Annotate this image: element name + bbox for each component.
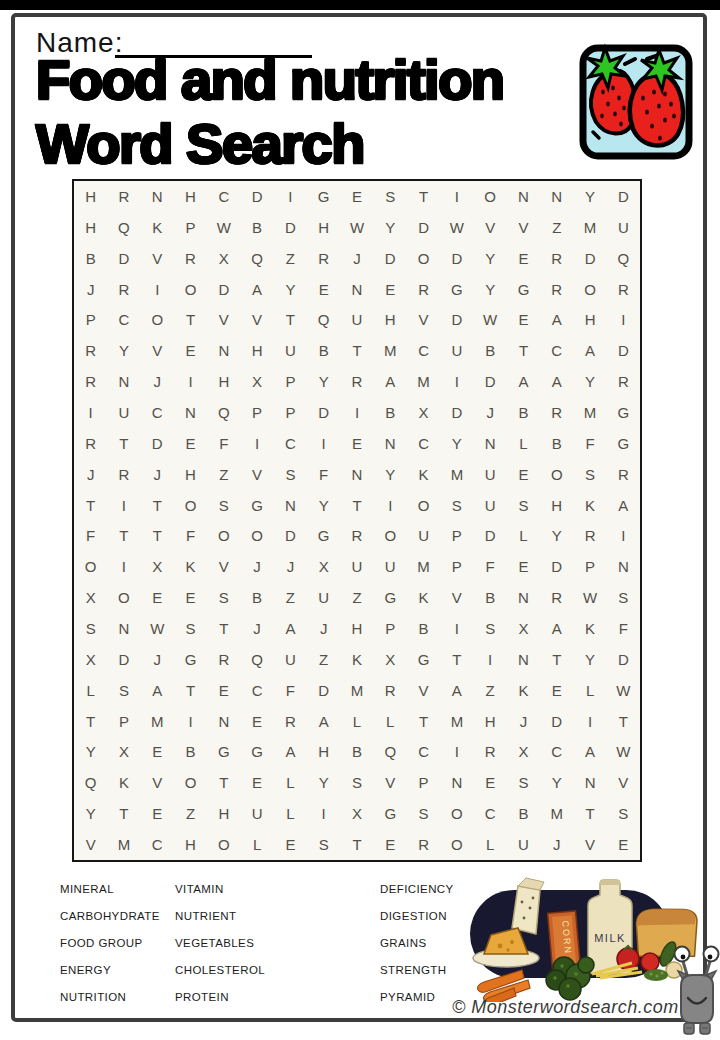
grid-cell-r9c6[interactable]: I [255,436,259,451]
grid-cell-r3c15[interactable]: R [551,251,562,266]
grid-cell-r22c4[interactable]: H [185,837,196,852]
grid-cell-r5c12[interactable]: D [451,312,462,327]
grid-cell-r4c1[interactable]: J [87,282,95,297]
grid-cell-r4c3[interactable]: I [155,282,159,297]
grid-cell-r6c10[interactable]: M [384,343,397,358]
grid-cell-r2c11[interactable]: D [418,220,429,235]
grid-cell-r9c12[interactable]: Y [452,436,462,451]
grid-cell-r6c16[interactable]: A [585,343,595,358]
grid-cell-r5c11[interactable]: V [419,312,429,327]
grid-cell-r10c5[interactable]: Z [219,467,228,482]
grid-cell-r2c14[interactable]: V [518,220,528,235]
grid-cell-r15c5[interactable]: T [219,621,228,636]
grid-cell-r1c8[interactable]: G [318,189,330,204]
grid-cell-r12c1[interactable]: F [86,528,95,543]
grid-cell-r7c7[interactable]: P [285,374,295,389]
grid-cell-r14c14[interactable]: N [518,590,529,605]
grid-cell-r13c4[interactable]: K [186,559,196,574]
grid-cell-r19c13[interactable]: R [485,744,496,759]
grid-cell-r16c17[interactable]: D [618,652,629,667]
grid-cell-r2c1[interactable]: H [85,220,96,235]
grid-cell-r12c17[interactable]: I [621,528,625,543]
grid-cell-r15c16[interactable]: K [585,621,595,636]
grid-cell-r20c17[interactable]: V [618,775,628,790]
grid-cell-r3c1[interactable]: B [86,251,96,266]
grid-cell-r21c12[interactable]: O [451,806,463,821]
grid-cell-r6c3[interactable]: V [152,343,162,358]
grid-cell-r13c3[interactable]: X [152,559,162,574]
grid-cell-r20c9[interactable]: S [352,775,362,790]
grid-cell-r22c6[interactable]: L [253,837,261,852]
grid-cell-r6c13[interactable]: B [485,343,495,358]
grid-cell-r4c6[interactable]: A [252,282,262,297]
grid-cell-r4c5[interactable]: D [218,282,229,297]
grid-cell-r21c5[interactable]: H [218,806,229,821]
grid-cell-r8c5[interactable]: Q [218,405,230,420]
grid-cell-r7c8[interactable]: Y [319,374,329,389]
grid-cell-r9c9[interactable]: E [352,436,362,451]
grid-cell-r3c6[interactable]: Q [251,251,263,266]
grid-cell-r14c12[interactable]: V [452,590,462,605]
grid-cell-r6c6[interactable]: H [252,343,263,358]
grid-cell-r8c7[interactable]: P [285,405,295,420]
grid-cell-r10c12[interactable]: M [451,467,464,482]
grid-cell-r7c16[interactable]: Y [585,374,595,389]
grid-cell-r13c13[interactable]: F [486,559,495,574]
grid-cell-r13c16[interactable]: P [585,559,595,574]
grid-cell-r17c1[interactable]: L [86,683,94,698]
grid-cell-r9c7[interactable]: C [285,436,296,451]
grid-cell-r18c9[interactable]: L [353,714,361,729]
grid-cell-r14c1[interactable]: X [86,590,96,605]
grid-cell-r7c13[interactable]: D [485,374,496,389]
grid-cell-r7c5[interactable]: H [218,374,229,389]
grid-cell-r4c11[interactable]: R [418,282,429,297]
grid-cell-r3c11[interactable]: O [418,251,430,266]
grid-cell-r9c16[interactable]: F [585,436,594,451]
grid-cell-r20c10[interactable]: V [385,775,395,790]
grid-cell-r11c14[interactable]: S [518,498,528,513]
grid-cell-r5c8[interactable]: Q [318,312,330,327]
grid-cell-r3c4[interactable]: R [185,251,196,266]
grid-cell-r2c13[interactable]: V [485,220,495,235]
grid-cell-r11c13[interactable]: U [485,498,496,513]
grid-cell-r7c2[interactable]: N [119,374,130,389]
grid-cell-r21c4[interactable]: Z [186,806,195,821]
grid-cell-r1c14[interactable]: N [518,189,529,204]
grid-cell-r20c2[interactable]: K [119,775,129,790]
grid-cell-r18c5[interactable]: N [218,714,229,729]
grid-cell-r4c12[interactable]: G [451,282,463,297]
grid-cell-r19c8[interactable]: H [318,744,329,759]
grid-cell-r2c15[interactable]: Z [552,220,561,235]
grid-cell-r21c16[interactable]: T [585,806,594,821]
grid-cell-r18c3[interactable]: M [151,714,164,729]
grid-cell-r11c3[interactable]: T [153,498,162,513]
grid-cell-r13c15[interactable]: D [551,559,562,574]
grid-cell-r21c14[interactable]: B [518,806,528,821]
grid-cell-r10c7[interactable]: S [285,467,295,482]
grid-cell-r18c8[interactable]: A [319,714,329,729]
grid-cell-r6c15[interactable]: C [551,343,562,358]
grid-cell-r22c8[interactable]: S [319,837,329,852]
grid-cell-r7c6[interactable]: X [252,374,262,389]
grid-cell-r3c3[interactable]: V [152,251,162,266]
grid-cell-r4c13[interactable]: Y [485,282,495,297]
grid-cell-r5c17[interactable]: I [621,312,625,327]
grid-cell-r16c10[interactable]: X [385,652,395,667]
grid-cell-r15c6[interactable]: J [253,621,261,636]
grid-cell-r14c17[interactable]: S [618,590,628,605]
grid-cell-r1c11[interactable]: T [419,189,428,204]
grid-cell-r13c7[interactable]: J [287,559,295,574]
grid-cell-r8c6[interactable]: P [252,405,262,420]
grid-cell-r4c7[interactable]: Y [285,282,295,297]
grid-cell-r2c5[interactable]: W [217,220,231,235]
grid-cell-r9c2[interactable]: T [119,436,128,451]
grid-cell-r2c6[interactable]: B [252,220,262,235]
grid-cell-r12c6[interactable]: O [251,528,263,543]
grid-cell-r19c6[interactable]: G [251,744,263,759]
grid-cell-r10c6[interactable]: V [252,467,262,482]
grid-cell-r9c17[interactable]: G [618,436,630,451]
grid-cell-r22c16[interactable]: V [585,837,595,852]
grid-cell-r8c10[interactable]: B [385,405,395,420]
grid-cell-r20c14[interactable]: S [518,775,528,790]
grid-cell-r9c4[interactable]: E [186,436,196,451]
grid-cell-r16c6[interactable]: Q [251,652,263,667]
grid-cell-r1c4[interactable]: H [185,189,196,204]
grid-cell-r16c7[interactable]: U [285,652,296,667]
grid-cell-r11c1[interactable]: T [86,498,95,513]
grid-cell-r22c7[interactable]: E [285,837,295,852]
grid-cell-r21c1[interactable]: Y [86,806,96,821]
grid-cell-r22c13[interactable]: L [486,837,494,852]
grid-cell-r5c15[interactable]: A [552,312,562,327]
grid-cell-r6c14[interactable]: T [519,343,528,358]
grid-cell-r5c3[interactable]: O [151,312,163,327]
grid-cell-r11c7[interactable]: N [285,498,296,513]
grid-cell-r1c6[interactable]: D [252,189,263,204]
grid-cell-r17c7[interactable]: F [286,683,295,698]
grid-cell-r8c3[interactable]: C [152,405,163,420]
grid-cell-r10c16[interactable]: S [585,467,595,482]
grid-cell-r13c2[interactable]: I [122,559,126,574]
grid-cell-r21c10[interactable]: G [384,806,396,821]
grid-cell-r21c9[interactable]: X [352,806,362,821]
grid-cell-r18c4[interactable]: I [188,714,192,729]
grid-cell-r18c17[interactable]: T [619,714,628,729]
grid-cell-r3c16[interactable]: D [585,251,596,266]
grid-cell-r8c12[interactable]: D [451,405,462,420]
grid-cell-r6c9[interactable]: T [352,343,361,358]
grid-cell-r18c7[interactable]: R [285,714,296,729]
grid-cell-r6c12[interactable]: U [451,343,462,358]
grid-cell-r13c9[interactable]: U [352,559,363,574]
grid-cell-r20c7[interactable]: L [286,775,294,790]
grid-cell-r19c10[interactable]: Q [384,744,396,759]
grid-cell-r21c15[interactable]: M [551,806,564,821]
grid-cell-r17c3[interactable]: A [152,683,162,698]
grid-cell-r4c14[interactable]: G [518,282,530,297]
grid-cell-r5c14[interactable]: E [518,312,528,327]
grid-cell-r22c11[interactable]: R [418,837,429,852]
grid-cell-r11c5[interactable]: S [219,498,229,513]
grid-cell-r8c9[interactable]: I [355,405,359,420]
grid-cell-r16c5[interactable]: R [218,652,229,667]
grid-cell-r21c11[interactable]: S [419,806,429,821]
grid-cell-r19c5[interactable]: G [218,744,230,759]
grid-cell-r2c9[interactable]: W [350,220,364,235]
grid-cell-r14c6[interactable]: B [252,590,262,605]
grid-cell-r14c4[interactable]: E [186,590,196,605]
grid-cell-r22c2[interactable]: M [118,837,131,852]
grid-cell-r9c10[interactable]: N [385,436,396,451]
grid-cell-r3c17[interactable]: Q [618,251,630,266]
grid-cell-r18c16[interactable]: I [588,714,592,729]
grid-cell-r16c1[interactable]: X [86,652,96,667]
grid-cell-r10c1[interactable]: J [87,467,95,482]
grid-cell-r7c4[interactable]: I [188,374,192,389]
grid-cell-r10c13[interactable]: U [485,467,496,482]
grid-cell-r20c8[interactable]: Y [319,775,329,790]
grid-cell-r16c4[interactable]: G [185,652,197,667]
grid-cell-r18c15[interactable]: D [551,714,562,729]
grid-cell-r10c4[interactable]: H [185,467,196,482]
grid-cell-r19c2[interactable]: X [119,744,129,759]
grid-cell-r22c15[interactable]: J [553,837,561,852]
grid-cell-r17c17[interactable]: W [616,683,630,698]
grid-cell-r6c4[interactable]: E [186,343,196,358]
grid-cell-r5c5[interactable]: V [219,312,229,327]
grid-cell-r18c11[interactable]: T [419,714,428,729]
grid-cell-r17c13[interactable]: Z [486,683,495,698]
grid-cell-r1c5[interactable]: C [218,189,229,204]
grid-cell-r1c16[interactable]: Y [585,189,595,204]
grid-cell-r14c5[interactable]: S [219,590,229,605]
grid-cell-r12c5[interactable]: O [218,528,230,543]
grid-cell-r19c11[interactable]: C [418,744,429,759]
grid-cell-r10c9[interactable]: N [352,467,363,482]
grid-cell-r7c10[interactable]: A [385,374,395,389]
grid-cell-r11c10[interactable]: I [388,498,392,513]
grid-cell-r3c2[interactable]: D [119,251,130,266]
grid-cell-r9c14[interactable]: L [519,436,527,451]
grid-cell-r11c2[interactable]: I [122,498,126,513]
grid-cell-r7c3[interactable]: J [153,374,161,389]
grid-cell-r7c14[interactable]: A [518,374,528,389]
grid-cell-r10c8[interactable]: F [319,467,328,482]
grid-cell-r12c7[interactable]: D [285,528,296,543]
grid-cell-r19c12[interactable]: I [455,744,459,759]
grid-cell-r11c16[interactable]: K [585,498,595,513]
grid-cell-r19c7[interactable]: A [285,744,295,759]
grid-cell-r20c5[interactable]: T [219,775,228,790]
grid-cell-r16c12[interactable]: T [452,652,461,667]
grid-cell-r12c16[interactable]: R [585,528,596,543]
grid-cell-r18c10[interactable]: L [386,714,394,729]
grid-cell-r17c12[interactable]: A [452,683,462,698]
grid-cell-r3c13[interactable]: Y [485,251,495,266]
grid-cell-r16c11[interactable]: G [418,652,430,667]
grid-cell-r2c17[interactable]: U [618,220,629,235]
grid-cell-r9c15[interactable]: B [552,436,562,451]
grid-cell-r5c13[interactable]: W [483,312,497,327]
grid-cell-r20c16[interactable]: N [585,775,596,790]
grid-cell-r10c15[interactable]: O [551,467,563,482]
grid-cell-r4c17[interactable]: R [618,282,629,297]
grid-cell-r6c5[interactable]: N [218,343,229,358]
grid-cell-r7c9[interactable]: R [352,374,363,389]
grid-cell-r16c2[interactable]: D [119,652,130,667]
grid-cell-r12c14[interactable]: L [519,528,527,543]
grid-cell-r20c13[interactable]: E [485,775,495,790]
grid-cell-r11c8[interactable]: Y [319,498,329,513]
grid-cell-r14c9[interactable]: Z [352,590,361,605]
grid-cell-r3c10[interactable]: D [385,251,396,266]
grid-cell-r22c10[interactable]: E [385,837,395,852]
grid-cell-r1c15[interactable]: N [551,189,562,204]
grid-cell-r1c1[interactable]: H [85,189,96,204]
grid-cell-r17c16[interactable]: L [586,683,594,698]
grid-cell-r20c15[interactable]: Y [552,775,562,790]
grid-cell-r15c4[interactable]: S [186,621,196,636]
grid-cell-r9c1[interactable]: R [85,436,96,451]
grid-cell-r12c4[interactable]: F [186,528,195,543]
grid-cell-r1c3[interactable]: N [152,189,163,204]
grid-cell-r11c11[interactable]: O [418,498,430,513]
grid-cell-r19c14[interactable]: X [518,744,528,759]
grid-cell-r18c2[interactable]: P [119,714,129,729]
grid-cell-r9c13[interactable]: N [485,436,496,451]
grid-cell-r8c14[interactable]: B [518,405,528,420]
grid-cell-r13c10[interactable]: U [385,559,396,574]
grid-cell-r16c16[interactable]: Y [585,652,595,667]
grid-cell-r6c1[interactable]: R [85,343,96,358]
grid-cell-r15c3[interactable]: W [150,621,164,636]
grid-cell-r22c3[interactable]: C [152,837,163,852]
grid-cell-r19c1[interactable]: Y [86,744,96,759]
grid-cell-r14c10[interactable]: G [384,590,396,605]
grid-cell-r5c10[interactable]: H [385,312,396,327]
grid-cell-r21c13[interactable]: C [485,806,496,821]
grid-cell-r8c2[interactable]: U [119,405,130,420]
grid-cell-r17c8[interactable]: D [318,683,329,698]
grid-cell-r5c2[interactable]: C [119,312,130,327]
grid-cell-r5c7[interactable]: T [286,312,295,327]
grid-cell-r8c8[interactable]: D [318,405,329,420]
grid-cell-r17c9[interactable]: M [351,683,364,698]
grid-cell-r19c17[interactable]: W [616,744,630,759]
grid-cell-r22c1[interactable]: V [86,837,96,852]
grid-cell-r1c9[interactable]: E [352,189,362,204]
grid-cell-r1c13[interactable]: O [484,189,496,204]
grid-cell-r20c11[interactable]: P [419,775,429,790]
grid-cell-r8c15[interactable]: R [551,405,562,420]
grid-cell-r12c12[interactable]: P [452,528,462,543]
grid-cell-r13c8[interactable]: X [319,559,329,574]
grid-cell-r22c9[interactable]: T [352,837,361,852]
grid-cell-r21c17[interactable]: S [618,806,628,821]
grid-cell-r3c12[interactable]: D [451,251,462,266]
grid-cell-r6c17[interactable]: D [618,343,629,358]
grid-cell-r2c4[interactable]: P [186,220,196,235]
grid-cell-r14c16[interactable]: W [583,590,597,605]
grid-cell-r20c12[interactable]: N [451,775,462,790]
grid-cell-r12c3[interactable]: T [153,528,162,543]
grid-cell-r11c17[interactable]: A [618,498,628,513]
grid-cell-r21c6[interactable]: U [252,806,263,821]
grid-cell-r15c10[interactable]: P [385,621,395,636]
grid-cell-r12c13[interactable]: D [485,528,496,543]
grid-cell-r12c11[interactable]: U [418,528,429,543]
grid-cell-r3c5[interactable]: X [219,251,229,266]
grid-cell-r4c9[interactable]: N [352,282,363,297]
grid-cell-r12c10[interactable]: O [384,528,396,543]
grid-cell-r10c14[interactable]: E [518,467,528,482]
grid-cell-r3c9[interactable]: J [353,251,361,266]
grid-cell-r22c17[interactable]: E [618,837,628,852]
grid-cell-r3c8[interactable]: R [318,251,329,266]
grid-cell-r6c7[interactable]: U [285,343,296,358]
grid-cell-r3c7[interactable]: Z [286,251,295,266]
grid-cell-r12c9[interactable]: R [352,528,363,543]
grid-cell-r14c13[interactable]: B [485,590,495,605]
grid-cell-r17c14[interactable]: K [518,683,528,698]
grid-cell-r1c7[interactable]: I [288,189,292,204]
grid-cell-r16c14[interactable]: N [518,652,529,667]
grid-cell-r13c1[interactable]: O [85,559,97,574]
grid-cell-r9c8[interactable]: I [322,436,326,451]
grid-cell-r7c15[interactable]: A [552,374,562,389]
grid-cell-r14c15[interactable]: R [551,590,562,605]
grid-cell-r2c16[interactable]: M [584,220,597,235]
grid-cell-r20c1[interactable]: Q [85,775,97,790]
grid-cell-r22c12[interactable]: O [451,837,463,852]
grid-cell-r15c14[interactable]: X [518,621,528,636]
grid-cell-r14c7[interactable]: Z [286,590,295,605]
grid-cell-r16c15[interactable]: T [552,652,561,667]
grid-cell-r21c3[interactable]: E [152,806,162,821]
grid-cell-r15c8[interactable]: J [320,621,328,636]
grid-cell-r10c3[interactable]: J [153,467,161,482]
grid-cell-r8c11[interactable]: X [419,405,429,420]
grid-cell-r2c10[interactable]: Y [385,220,395,235]
grid-cell-r14c8[interactable]: U [318,590,329,605]
grid-cell-r10c17[interactable]: R [618,467,629,482]
grid-cell-r8c4[interactable]: N [185,405,196,420]
grid-cell-r9c11[interactable]: C [418,436,429,451]
grid-cell-r19c16[interactable]: A [585,744,595,759]
grid-cell-r10c2[interactable]: R [119,467,130,482]
grid-cell-r11c12[interactable]: S [452,498,462,513]
grid-cell-r12c2[interactable]: T [119,528,128,543]
grid-cell-r12c8[interactable]: G [318,528,330,543]
grid-cell-r4c4[interactable]: O [185,282,197,297]
grid-cell-r22c14[interactable]: U [518,837,529,852]
grid-cell-r1c10[interactable]: S [385,189,395,204]
grid-cell-r2c2[interactable]: Q [118,220,130,235]
grid-cell-r13c5[interactable]: V [219,559,229,574]
grid-cell-r15c7[interactable]: A [285,621,295,636]
grid-cell-r2c7[interactable]: D [285,220,296,235]
grid-cell-r21c8[interactable]: I [322,806,326,821]
grid-cell-r17c6[interactable]: C [252,683,263,698]
grid-cell-r19c15[interactable]: C [551,744,562,759]
grid-cell-r16c3[interactable]: J [153,652,161,667]
grid-cell-r13c14[interactable]: E [518,559,528,574]
grid-cell-r4c15[interactable]: R [551,282,562,297]
